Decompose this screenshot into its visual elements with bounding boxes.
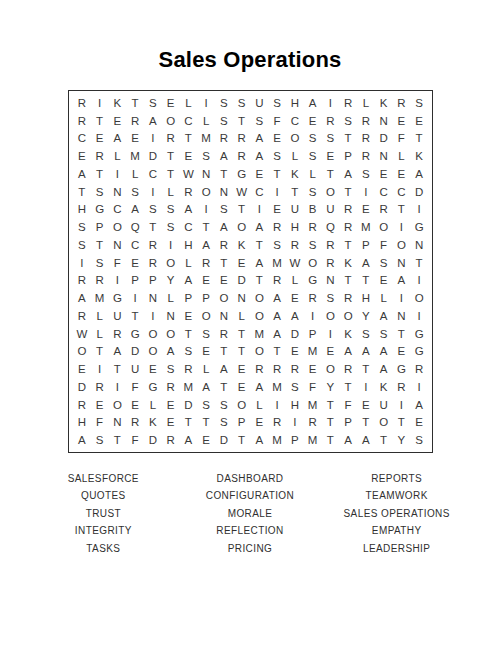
grid-cell-r5c8: N [197, 165, 215, 183]
grid-cell-r17c8: A [197, 378, 215, 396]
grid-cell-r20c3: T [109, 431, 127, 449]
grid-cell-r14c8: S [197, 325, 215, 343]
grid-cell-r10c1: I [73, 254, 91, 272]
grid-cell-r1c8: I [197, 94, 215, 112]
grid-cell-r9c10: K [233, 236, 251, 254]
grid-cell-r19c2: F [91, 414, 109, 432]
grid-cell-r9c5: R [144, 236, 162, 254]
grid-cell-r19c1: H [73, 414, 91, 432]
grid-cell-r17c18: K [375, 378, 393, 396]
grid-cell-r7c19: T [393, 201, 411, 219]
grid-cell-r6c14: S [304, 183, 322, 201]
grid-cell-r20c16: A [339, 431, 357, 449]
grid-cell-r16c6: S [162, 360, 180, 378]
grid-cell-r14c6: O [162, 325, 180, 343]
grid-cell-r8c9: A [215, 218, 233, 236]
grid-cell-r4c10: R [233, 147, 251, 165]
grid-cell-r4c18: N [375, 147, 393, 165]
grid-cell-r17c17: I [357, 378, 375, 396]
grid-cell-r15c1: O [73, 343, 91, 361]
grid-cell-r15c8: E [197, 343, 215, 361]
grid-cell-r19c20: E [410, 414, 428, 432]
grid-cell-r18c18: U [375, 396, 393, 414]
grid-cell-r3c6: R [162, 130, 180, 148]
grid-cell-r8c4: Q [126, 218, 144, 236]
grid-cell-r17c16: T [339, 378, 357, 396]
grid-cell-r12c6: L [162, 289, 180, 307]
grid-cell-r20c10: T [233, 431, 251, 449]
grid-cell-r17c2: R [91, 378, 109, 396]
grid-cell-r15c9: T [215, 343, 233, 361]
grid-cell-r18c7: D [180, 396, 198, 414]
grid-cell-r18c19: I [393, 396, 411, 414]
grid-cell-r13c4: T [126, 307, 144, 325]
grid-cell-r1c2: I [91, 94, 109, 112]
grid-cell-r8c8: T [197, 218, 215, 236]
grid-cell-r14c19: T [393, 325, 411, 343]
grid-cell-r10c2: S [91, 254, 109, 272]
grid-cell-r9c20: N [410, 236, 428, 254]
grid-cell-r5c18: E [375, 165, 393, 183]
grid-cell-r10c5: R [144, 254, 162, 272]
grid-cell-r18c17: E [357, 396, 375, 414]
grid-cell-r15c12: T [268, 343, 286, 361]
grid-cell-r11c8: E [197, 272, 215, 290]
grid-cell-r13c6: N [162, 307, 180, 325]
grid-cell-r16c2: I [91, 360, 109, 378]
grid-cell-r17c10: E [233, 378, 251, 396]
grid-cell-r20c1: A [73, 431, 91, 449]
grid-cell-r13c13: A [286, 307, 304, 325]
word-item: SALESFORCE [30, 470, 177, 487]
grid-cell-r19c15: T [322, 414, 340, 432]
grid-cell-r12c8: P [197, 289, 215, 307]
grid-cell-r3c16: T [339, 130, 357, 148]
grid-cell-r1c11: U [251, 94, 269, 112]
grid-cell-r20c18: T [375, 431, 393, 449]
grid-cell-r9c11: T [251, 236, 269, 254]
grid-cell-r4c4: M [126, 147, 144, 165]
grid-cell-r6c7: R [180, 183, 198, 201]
grid-cell-r7c11: I [251, 201, 269, 219]
grid-cell-r18c20: A [410, 396, 428, 414]
grid-cell-r7c12: E [268, 201, 286, 219]
grid-cell-r17c6: R [162, 378, 180, 396]
grid-cell-r1c16: R [339, 94, 357, 112]
grid-cell-r3c11: A [251, 130, 269, 148]
grid-cell-r5c19: E [393, 165, 411, 183]
grid-cell-r19c8: T [197, 414, 215, 432]
grid-cell-r17c3: I [109, 378, 127, 396]
grid-cell-r5c13: K [286, 165, 304, 183]
grid-cell-r16c9: A [215, 360, 233, 378]
grid-cell-r20c4: F [126, 431, 144, 449]
grid-cell-r19c3: N [109, 414, 127, 432]
grid-cell-r3c14: S [304, 130, 322, 148]
grid-cell-r8c16: R [339, 218, 357, 236]
grid-cell-r16c4: U [126, 360, 144, 378]
grid-cell-r2c7: C [180, 112, 198, 130]
grid-cell-r3c20: T [410, 130, 428, 148]
grid-cell-r18c1: R [73, 396, 91, 414]
grid-cell-r13c8: O [197, 307, 215, 325]
grid-cell-r20c8: E [197, 431, 215, 449]
grid-cell-r18c2: E [91, 396, 109, 414]
grid-cell-r7c15: U [322, 201, 340, 219]
grid-cell-r9c8: A [197, 236, 215, 254]
grid-cell-r17c9: T [215, 378, 233, 396]
grid-cell-r2c5: A [144, 112, 162, 130]
grid-cell-r13c2: L [91, 307, 109, 325]
grid-cell-r7c5: S [144, 201, 162, 219]
grid-cell-r6c9: N [215, 183, 233, 201]
grid-cell-r4c13: L [286, 147, 304, 165]
puzzle-title: Sales Operations [0, 47, 500, 73]
grid-cell-r10c4: E [126, 254, 144, 272]
grid-cell-r2c17: R [357, 112, 375, 130]
grid-cell-r18c6: E [162, 396, 180, 414]
grid-cell-r2c4: R [126, 112, 144, 130]
grid-cell-r15c20: G [410, 343, 428, 361]
grid-cell-r5c17: S [357, 165, 375, 183]
grid-cell-r5c9: T [215, 165, 233, 183]
grid-cell-r2c19: E [393, 112, 411, 130]
grid-cell-r6c12: I [268, 183, 286, 201]
grid-cell-r2c18: N [375, 112, 393, 130]
grid-cell-r7c14: B [304, 201, 322, 219]
grid-cell-r13c11: O [251, 307, 269, 325]
grid-cell-r15c19: E [393, 343, 411, 361]
grid-cell-r11c18: E [375, 272, 393, 290]
grid-cell-r5c4: L [126, 165, 144, 183]
grid-cell-r14c17: S [357, 325, 375, 343]
grid-cell-r1c6: E [162, 94, 180, 112]
grid-cell-r10c10: E [233, 254, 251, 272]
grid-cell-r12c14: R [304, 289, 322, 307]
grid-cell-r14c1: W [73, 325, 91, 343]
grid-cell-r4c2: R [91, 147, 109, 165]
grid-cell-r11c7: A [180, 272, 198, 290]
grid-cell-r1c17: L [357, 94, 375, 112]
grid-cell-r15c7: S [180, 343, 198, 361]
grid-cell-r11c4: P [126, 272, 144, 290]
grid-cell-r12c1: A [73, 289, 91, 307]
grid-cell-r14c18: S [375, 325, 393, 343]
grid-cell-r19c5: K [144, 414, 162, 432]
grid-cell-r11c19: A [393, 272, 411, 290]
grid-cell-r11c9: E [215, 272, 233, 290]
grid-cell-r18c3: O [109, 396, 127, 414]
grid-cell-r3c8: M [197, 130, 215, 148]
grid-cell-r8c14: R [304, 218, 322, 236]
grid-cell-r4c3: L [109, 147, 127, 165]
grid-cell-r14c14: P [304, 325, 322, 343]
grid-cell-r13c7: E [180, 307, 198, 325]
grid-cell-r8c15: Q [322, 218, 340, 236]
grid-cell-r1c5: S [144, 94, 162, 112]
word-item: REFLECTION [177, 522, 324, 539]
grid-cell-r6c19: C [393, 183, 411, 201]
grid-cell-r2c9: S [215, 112, 233, 130]
grid-cell-r13c17: Y [357, 307, 375, 325]
grid-cell-r10c12: M [268, 254, 286, 272]
grid-cell-r7c10: T [233, 201, 251, 219]
grid-cell-r9c19: O [393, 236, 411, 254]
grid-cell-r15c10: T [233, 343, 251, 361]
grid-cell-r1c7: L [180, 94, 198, 112]
grid-cell-r12c17: H [357, 289, 375, 307]
grid-cell-r18c14: M [304, 396, 322, 414]
grid-cell-r6c3: N [109, 183, 127, 201]
grid-cell-r1c9: S [215, 94, 233, 112]
grid-cell-r16c8: L [197, 360, 215, 378]
grid-cell-r6c2: S [91, 183, 109, 201]
grid-cell-r1c20: S [410, 94, 428, 112]
grid-cell-r4c14: S [304, 147, 322, 165]
grid-cell-r7c20: I [410, 201, 428, 219]
grid-cell-r4c5: D [144, 147, 162, 165]
grid-cell-r3c13: O [286, 130, 304, 148]
grid-cell-r11c14: G [304, 272, 322, 290]
letter-grid: RIKTSELISSUSHAIRLKRSRTERAOCLSTSFCERSRNEE… [69, 91, 432, 452]
grid-cell-r6c8: O [197, 183, 215, 201]
word-item: EMPATHY [323, 522, 470, 539]
grid-cell-r2c20: E [410, 112, 428, 130]
grid-cell-r17c19: R [393, 378, 411, 396]
grid-cell-r4c6: T [162, 147, 180, 165]
grid-cell-r3c3: A [109, 130, 127, 148]
grid-cell-r4c15: E [322, 147, 340, 165]
word-item: TRUST [30, 505, 177, 522]
grid-cell-r13c1: R [73, 307, 91, 325]
grid-cell-r10c8: R [197, 254, 215, 272]
word-item: PRICING [177, 540, 324, 557]
grid-cell-r15c14: M [304, 343, 322, 361]
grid-cell-r20c19: Y [393, 431, 411, 449]
grid-cell-r11c11: T [251, 272, 269, 290]
grid-cell-r3c9: R [215, 130, 233, 148]
grid-cell-r2c8: L [197, 112, 215, 130]
grid-cell-r19c6: E [162, 414, 180, 432]
word-item: SALES OPERATIONS [323, 505, 470, 522]
grid-cell-r12c11: O [251, 289, 269, 307]
grid-cell-r12c9: O [215, 289, 233, 307]
grid-cell-r3c7: T [180, 130, 198, 148]
grid-cell-r11c10: D [233, 272, 251, 290]
grid-cell-r5c20: A [410, 165, 428, 183]
grid-cell-r15c3: A [109, 343, 127, 361]
grid-cell-r9c16: T [339, 236, 357, 254]
grid-cell-r14c5: O [144, 325, 162, 343]
grid-cell-r15c17: A [357, 343, 375, 361]
grid-cell-r10c11: A [251, 254, 269, 272]
grid-cell-r1c15: I [322, 94, 340, 112]
grid-cell-r10c16: K [339, 254, 357, 272]
grid-cell-r3c1: C [73, 130, 91, 148]
grid-cell-r20c2: S [91, 431, 109, 449]
grid-cell-r8c7: C [180, 218, 198, 236]
grid-cell-r6c13: T [286, 183, 304, 201]
grid-cell-r13c12: A [268, 307, 286, 325]
grid-cell-r5c12: T [268, 165, 286, 183]
grid-cell-r10c7: L [180, 254, 198, 272]
grid-cell-r15c2: T [91, 343, 109, 361]
grid-cell-r10c6: O [162, 254, 180, 272]
grid-cell-r18c5: L [144, 396, 162, 414]
grid-cell-r1c1: R [73, 94, 91, 112]
grid-cell-r18c15: T [322, 396, 340, 414]
grid-cell-r4c16: P [339, 147, 357, 165]
grid-cell-r11c13: L [286, 272, 304, 290]
grid-cell-r12c20: O [410, 289, 428, 307]
grid-cell-r11c6: Y [162, 272, 180, 290]
grid-cell-r6c18: C [375, 183, 393, 201]
grid-cell-r19c12: R [268, 414, 286, 432]
grid-cell-r5c5: C [144, 165, 162, 183]
grid-cell-r5c10: G [233, 165, 251, 183]
word-list: SALESFORCEQUOTESTRUSTINTEGRITYTASKSDASHB… [30, 470, 470, 557]
grid-cell-r16c12: R [268, 360, 286, 378]
grid-cell-r13c3: U [109, 307, 127, 325]
grid-cell-r10c9: T [215, 254, 233, 272]
grid-cell-r12c19: I [393, 289, 411, 307]
grid-cell-r9c7: H [180, 236, 198, 254]
grid-cell-r1c12: S [268, 94, 286, 112]
grid-cell-r16c7: R [180, 360, 198, 378]
grid-cell-r15c4: D [126, 343, 144, 361]
grid-cell-r9c9: R [215, 236, 233, 254]
grid-cell-r6c15: O [322, 183, 340, 201]
grid-cell-r15c15: E [322, 343, 340, 361]
grid-cell-r16c3: T [109, 360, 127, 378]
grid-cell-r16c20: R [410, 360, 428, 378]
grid-cell-r8c2: P [91, 218, 109, 236]
grid-cell-r19c16: P [339, 414, 357, 432]
grid-cell-r9c3: N [109, 236, 127, 254]
grid-cell-r6c1: T [73, 183, 91, 201]
grid-cell-r14c11: M [251, 325, 269, 343]
grid-cell-r6c16: T [339, 183, 357, 201]
grid-cell-r9c14: S [304, 236, 322, 254]
grid-cell-r18c11: L [251, 396, 269, 414]
grid-cell-r1c3: K [109, 94, 127, 112]
grid-cell-r12c16: R [339, 289, 357, 307]
grid-cell-r16c15: O [322, 360, 340, 378]
grid-cell-r7c3: C [109, 201, 127, 219]
grid-cell-r10c18: S [375, 254, 393, 272]
grid-cell-r9c6: I [162, 236, 180, 254]
grid-cell-r1c10: S [233, 94, 251, 112]
grid-cell-r20c17: A [357, 431, 375, 449]
grid-cell-r11c2: R [91, 272, 109, 290]
grid-cell-r14c16: K [339, 325, 357, 343]
grid-cell-r2c13: C [286, 112, 304, 130]
grid-cell-r13c5: I [144, 307, 162, 325]
grid-cell-r8c1: S [73, 218, 91, 236]
grid-cell-r4c1: E [73, 147, 91, 165]
word-item: QUOTES [30, 487, 177, 504]
grid-cell-r2c11: S [251, 112, 269, 130]
grid-cell-r11c1: R [73, 272, 91, 290]
grid-cell-r6c10: W [233, 183, 251, 201]
grid-cell-r18c8: S [197, 396, 215, 414]
grid-cell-r11c20: I [410, 272, 428, 290]
grid-cell-r19c4: R [126, 414, 144, 432]
grid-cell-r3c2: E [91, 130, 109, 148]
grid-cell-r18c9: S [215, 396, 233, 414]
grid-cell-r12c3: G [109, 289, 127, 307]
grid-cell-r15c11: O [251, 343, 269, 361]
grid-cell-r1c4: T [126, 94, 144, 112]
grid-cell-r19c19: T [393, 414, 411, 432]
grid-cell-r8c13: H [286, 218, 304, 236]
grid-cell-r20c15: T [322, 431, 340, 449]
grid-cell-r10c14: O [304, 254, 322, 272]
grid-cell-r2c10: T [233, 112, 251, 130]
grid-cell-r14c4: G [126, 325, 144, 343]
grid-cell-r8c20: G [410, 218, 428, 236]
grid-cell-r9c17: P [357, 236, 375, 254]
grid-cell-r19c17: T [357, 414, 375, 432]
grid-cell-r5c14: L [304, 165, 322, 183]
grid-cell-r20c11: A [251, 431, 269, 449]
grid-cell-r18c13: H [286, 396, 304, 414]
grid-cell-r19c10: P [233, 414, 251, 432]
grid-cell-r12c13: E [286, 289, 304, 307]
grid-cell-r7c17: E [357, 201, 375, 219]
grid-cell-r17c5: G [144, 378, 162, 396]
grid-cell-r14c12: A [268, 325, 286, 343]
grid-cell-r3c17: R [357, 130, 375, 148]
grid-cell-r7c13: U [286, 201, 304, 219]
grid-cell-r12c2: M [91, 289, 109, 307]
grid-cell-r20c20: S [410, 431, 428, 449]
grid-cell-r5c6: T [162, 165, 180, 183]
grid-cell-r17c11: A [251, 378, 269, 396]
grid-cell-r2c1: R [73, 112, 91, 130]
grid-cell-r9c15: R [322, 236, 340, 254]
grid-cell-r4c11: A [251, 147, 269, 165]
grid-cell-r3c18: D [375, 130, 393, 148]
grid-cell-r1c13: H [286, 94, 304, 112]
grid-cell-r11c5: P [144, 272, 162, 290]
grid-cell-r14c15: I [322, 325, 340, 343]
grid-cell-r16c18: A [375, 360, 393, 378]
grid-cell-r16c11: R [251, 360, 269, 378]
word-column-2: DASHBOARDCONFIGURATIONMORALEREFLECTIONPR… [177, 470, 324, 557]
grid-cell-r14c2: L [91, 325, 109, 343]
grid-cell-r20c9: D [215, 431, 233, 449]
grid-cell-r9c4: C [126, 236, 144, 254]
grid-cell-r8c6: S [162, 218, 180, 236]
grid-cell-r3c12: E [268, 130, 286, 148]
grid-cell-r18c16: F [339, 396, 357, 414]
grid-cell-r9c2: T [91, 236, 109, 254]
grid-cell-r4c7: E [180, 147, 198, 165]
grid-cell-r1c14: A [304, 94, 322, 112]
grid-cell-r10c15: R [322, 254, 340, 272]
grid-cell-r20c12: M [268, 431, 286, 449]
grid-cell-r18c4: E [126, 396, 144, 414]
grid-cell-r13c9: N [215, 307, 233, 325]
grid-cell-r19c14: R [304, 414, 322, 432]
grid-cell-r6c11: C [251, 183, 269, 201]
grid-cell-r4c12: S [268, 147, 286, 165]
grid-cell-r14c13: D [286, 325, 304, 343]
grid-cell-r19c11: E [251, 414, 269, 432]
grid-cell-r19c9: S [215, 414, 233, 432]
grid-cell-r12c5: N [144, 289, 162, 307]
